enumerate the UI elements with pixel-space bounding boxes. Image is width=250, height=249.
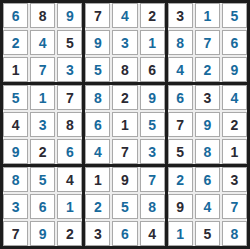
cell-r6c9[interactable]: 1: [222, 139, 247, 164]
cell-r6c4[interactable]: 4: [85, 139, 110, 164]
cell-r7c7[interactable]: 2: [168, 167, 193, 192]
cell-r7c3[interactable]: 4: [57, 167, 82, 192]
cell-r8c9[interactable]: 7: [222, 194, 247, 219]
cell-r5c4[interactable]: 6: [85, 112, 110, 137]
cell-r1c4[interactable]: 7: [85, 3, 110, 28]
cell-r9c6[interactable]: 4: [140, 221, 165, 246]
cell-r2c4[interactable]: 9: [85, 30, 110, 55]
cell-r7c2[interactable]: 5: [30, 167, 55, 192]
box-4: 517438926: [3, 85, 82, 164]
cell-r9c5[interactable]: 6: [112, 221, 137, 246]
cell-r5c2[interactable]: 3: [30, 112, 55, 137]
cell-r1c9[interactable]: 5: [222, 3, 247, 28]
sudoku-board: 6892451737429315863158764295174389268296…: [0, 0, 250, 249]
cell-r4c6[interactable]: 9: [140, 85, 165, 110]
cell-r6c8[interactable]: 8: [195, 139, 220, 164]
cell-r5c8[interactable]: 9: [195, 112, 220, 137]
cell-r4c8[interactable]: 3: [195, 85, 220, 110]
cell-r8c2[interactable]: 6: [30, 194, 55, 219]
cell-r1c3[interactable]: 9: [57, 3, 82, 28]
box-9: 263947158: [168, 167, 247, 246]
cell-r8c3[interactable]: 1: [57, 194, 82, 219]
cell-r7c6[interactable]: 7: [140, 167, 165, 192]
cell-r5c9[interactable]: 2: [222, 112, 247, 137]
cell-r2c7[interactable]: 8: [168, 30, 193, 55]
cell-r1c5[interactable]: 4: [112, 3, 137, 28]
cell-r6c5[interactable]: 7: [112, 139, 137, 164]
cell-r2c3[interactable]: 5: [57, 30, 82, 55]
box-5: 829615473: [85, 85, 164, 164]
cell-r4c9[interactable]: 4: [222, 85, 247, 110]
cell-r3c9[interactable]: 9: [222, 57, 247, 82]
cell-r8c4[interactable]: 2: [85, 194, 110, 219]
cell-r7c9[interactable]: 3: [222, 167, 247, 192]
cell-r9c8[interactable]: 5: [195, 221, 220, 246]
box-6: 634792581: [168, 85, 247, 164]
cell-r4c5[interactable]: 2: [112, 85, 137, 110]
cell-r7c4[interactable]: 1: [85, 167, 110, 192]
cell-r3c7[interactable]: 4: [168, 57, 193, 82]
cell-r9c4[interactable]: 3: [85, 221, 110, 246]
cell-r3c5[interactable]: 8: [112, 57, 137, 82]
cell-r3c1[interactable]: 1: [3, 57, 28, 82]
cell-r8c5[interactable]: 5: [112, 194, 137, 219]
cell-r5c3[interactable]: 8: [57, 112, 82, 137]
cell-r1c8[interactable]: 1: [195, 3, 220, 28]
cell-r4c4[interactable]: 8: [85, 85, 110, 110]
cell-r1c2[interactable]: 8: [30, 3, 55, 28]
cell-r1c6[interactable]: 2: [140, 3, 165, 28]
cell-r6c7[interactable]: 5: [168, 139, 193, 164]
box-1: 689245173: [3, 3, 82, 82]
cell-r7c5[interactable]: 9: [112, 167, 137, 192]
cell-r2c8[interactable]: 7: [195, 30, 220, 55]
cell-r9c1[interactable]: 7: [3, 221, 28, 246]
cell-r2c1[interactable]: 2: [3, 30, 28, 55]
cell-r2c5[interactable]: 3: [112, 30, 137, 55]
cell-r3c6[interactable]: 6: [140, 57, 165, 82]
cell-r2c6[interactable]: 1: [140, 30, 165, 55]
cell-r5c6[interactable]: 5: [140, 112, 165, 137]
cell-r6c2[interactable]: 2: [30, 139, 55, 164]
cell-r1c7[interactable]: 3: [168, 3, 193, 28]
cell-r7c8[interactable]: 6: [195, 167, 220, 192]
cell-r8c8[interactable]: 4: [195, 194, 220, 219]
cell-r4c7[interactable]: 6: [168, 85, 193, 110]
cell-r9c3[interactable]: 2: [57, 221, 82, 246]
cell-r3c4[interactable]: 5: [85, 57, 110, 82]
cell-r9c9[interactable]: 8: [222, 221, 247, 246]
cell-r5c1[interactable]: 4: [3, 112, 28, 137]
box-8: 197258364: [85, 167, 164, 246]
box-2: 742931586: [85, 3, 164, 82]
cell-r8c7[interactable]: 9: [168, 194, 193, 219]
cell-r9c7[interactable]: 1: [168, 221, 193, 246]
cell-r6c6[interactable]: 3: [140, 139, 165, 164]
box-7: 854361792: [3, 167, 82, 246]
cell-r7c1[interactable]: 8: [3, 167, 28, 192]
box-3: 315876429: [168, 3, 247, 82]
cell-r3c2[interactable]: 7: [30, 57, 55, 82]
cell-r8c6[interactable]: 8: [140, 194, 165, 219]
cell-r8c1[interactable]: 3: [3, 194, 28, 219]
cell-r2c2[interactable]: 4: [30, 30, 55, 55]
cell-r5c5[interactable]: 1: [112, 112, 137, 137]
cell-r4c3[interactable]: 7: [57, 85, 82, 110]
cell-r5c7[interactable]: 7: [168, 112, 193, 137]
cell-r4c1[interactable]: 5: [3, 85, 28, 110]
cell-r3c8[interactable]: 2: [195, 57, 220, 82]
cell-r6c3[interactable]: 6: [57, 139, 82, 164]
cell-r4c2[interactable]: 1: [30, 85, 55, 110]
cell-r6c1[interactable]: 9: [3, 139, 28, 164]
cell-r9c2[interactable]: 9: [30, 221, 55, 246]
cell-r1c1[interactable]: 6: [3, 3, 28, 28]
cell-r3c3[interactable]: 3: [57, 57, 82, 82]
cell-r2c9[interactable]: 6: [222, 30, 247, 55]
